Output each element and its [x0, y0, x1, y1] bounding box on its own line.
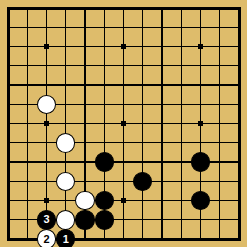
white-stone[interactable]	[56, 172, 75, 192]
intersection[interactable]	[75, 95, 94, 114]
intersection[interactable]	[133, 133, 152, 152]
intersection[interactable]	[152, 191, 171, 210]
intersection[interactable]	[0, 37, 18, 56]
intersection[interactable]	[114, 172, 133, 191]
intersection[interactable]	[0, 152, 18, 171]
intersection[interactable]	[37, 172, 56, 191]
move-number-label: 2	[43, 234, 49, 245]
intersection[interactable]	[95, 133, 114, 152]
intersection[interactable]	[191, 95, 210, 114]
intersection[interactable]	[95, 210, 114, 229]
intersection[interactable]	[114, 133, 133, 152]
intersection[interactable]	[75, 152, 94, 171]
intersection[interactable]	[229, 75, 247, 94]
intersection[interactable]	[56, 56, 75, 75]
intersection[interactable]	[133, 75, 152, 94]
intersection[interactable]	[229, 56, 247, 75]
move-number-label: 1	[63, 234, 69, 245]
intersection[interactable]	[191, 18, 210, 37]
intersection[interactable]	[18, 172, 37, 191]
white-stone-move-2[interactable]: 2	[37, 229, 56, 247]
intersection[interactable]	[95, 95, 114, 114]
intersection[interactable]	[95, 56, 114, 75]
intersection[interactable]	[0, 75, 18, 94]
intersection[interactable]	[0, 18, 18, 37]
intersection[interactable]	[75, 18, 94, 37]
intersection[interactable]	[56, 95, 75, 114]
intersection[interactable]	[0, 210, 18, 229]
intersection[interactable]	[191, 229, 210, 247]
intersection[interactable]	[229, 133, 247, 152]
intersection[interactable]	[0, 133, 18, 152]
intersection[interactable]	[0, 191, 18, 210]
intersection[interactable]	[18, 191, 37, 210]
intersection[interactable]	[229, 0, 247, 18]
intersection[interactable]	[172, 172, 191, 191]
intersection[interactable]	[75, 210, 94, 229]
intersection[interactable]	[56, 191, 75, 210]
intersection[interactable]	[133, 18, 152, 37]
intersection[interactable]	[152, 56, 171, 75]
intersection[interactable]	[210, 229, 229, 247]
black-stone-move-1[interactable]: 1	[56, 229, 75, 247]
intersection[interactable]	[0, 95, 18, 114]
intersection[interactable]	[75, 191, 94, 210]
intersection[interactable]	[133, 191, 152, 210]
intersection[interactable]	[152, 114, 171, 133]
intersection[interactable]	[56, 210, 75, 229]
intersection[interactable]	[172, 114, 191, 133]
intersection[interactable]	[37, 18, 56, 37]
intersection[interactable]	[0, 56, 18, 75]
intersection[interactable]	[191, 210, 210, 229]
intersection[interactable]	[229, 152, 247, 171]
intersection[interactable]	[75, 75, 94, 94]
intersection[interactable]	[191, 0, 210, 18]
intersection[interactable]: 2	[37, 229, 56, 247]
intersection[interactable]	[95, 229, 114, 247]
intersection[interactable]	[95, 191, 114, 210]
intersection[interactable]	[191, 172, 210, 191]
black-stone[interactable]	[75, 210, 94, 230]
intersection[interactable]	[56, 18, 75, 37]
intersection[interactable]	[18, 114, 37, 133]
intersection[interactable]	[210, 172, 229, 191]
intersection[interactable]	[75, 133, 94, 152]
intersection[interactable]	[95, 37, 114, 56]
intersection[interactable]	[114, 210, 133, 229]
white-stone[interactable]	[56, 210, 75, 230]
intersection[interactable]	[172, 18, 191, 37]
intersection[interactable]	[75, 114, 94, 133]
intersection[interactable]	[152, 18, 171, 37]
intersection[interactable]	[229, 191, 247, 210]
intersection[interactable]	[152, 172, 171, 191]
intersection[interactable]	[172, 75, 191, 94]
intersection[interactable]: 1	[56, 229, 75, 247]
intersection[interactable]	[114, 95, 133, 114]
go-board-diagram: 321	[0, 0, 247, 247]
intersection[interactable]	[152, 229, 171, 247]
intersection[interactable]	[56, 0, 75, 18]
black-stone[interactable]	[95, 191, 114, 211]
intersection[interactable]	[56, 152, 75, 171]
intersection[interactable]	[56, 37, 75, 56]
intersection[interactable]	[18, 37, 37, 56]
intersection[interactable]	[133, 210, 152, 229]
intersection[interactable]	[37, 75, 56, 94]
intersection[interactable]	[229, 18, 247, 37]
intersection[interactable]	[229, 229, 247, 247]
intersection[interactable]	[172, 56, 191, 75]
intersection[interactable]	[210, 133, 229, 152]
intersection[interactable]	[95, 152, 114, 171]
intersection[interactable]	[18, 210, 37, 229]
intersection[interactable]	[56, 114, 75, 133]
intersection[interactable]	[37, 133, 56, 152]
intersection[interactable]	[133, 37, 152, 56]
intersection[interactable]	[229, 210, 247, 229]
intersection[interactable]	[114, 37, 133, 56]
intersection[interactable]	[18, 95, 37, 114]
intersection[interactable]	[191, 37, 210, 56]
intersection[interactable]	[133, 56, 152, 75]
intersection[interactable]	[95, 114, 114, 133]
move-number-label: 3	[43, 214, 49, 225]
intersection[interactable]	[18, 56, 37, 75]
intersection[interactable]	[133, 0, 152, 18]
intersection[interactable]	[18, 0, 37, 18]
intersection[interactable]	[37, 191, 56, 210]
intersection[interactable]: 3	[37, 210, 56, 229]
intersection[interactable]	[18, 152, 37, 171]
intersection[interactable]	[210, 37, 229, 56]
intersection[interactable]	[152, 95, 171, 114]
intersection[interactable]	[172, 229, 191, 247]
intersection[interactable]	[114, 75, 133, 94]
intersection[interactable]	[229, 172, 247, 191]
intersection[interactable]	[56, 75, 75, 94]
intersection[interactable]	[114, 56, 133, 75]
intersection[interactable]	[18, 75, 37, 94]
intersection[interactable]	[133, 114, 152, 133]
intersection[interactable]	[133, 229, 152, 247]
black-stone[interactable]	[95, 152, 114, 172]
intersection[interactable]	[152, 210, 171, 229]
black-stone[interactable]	[191, 191, 210, 211]
intersection[interactable]	[133, 172, 152, 191]
intersection[interactable]	[0, 229, 18, 247]
intersection[interactable]	[18, 18, 37, 37]
intersection[interactable]	[210, 152, 229, 171]
black-stone[interactable]	[95, 210, 114, 230]
intersection[interactable]	[37, 95, 56, 114]
intersection[interactable]	[37, 56, 56, 75]
intersection[interactable]	[172, 0, 191, 18]
intersection[interactable]	[152, 0, 171, 18]
intersection[interactable]	[114, 18, 133, 37]
intersection[interactable]	[229, 37, 247, 56]
intersection[interactable]	[210, 114, 229, 133]
intersection[interactable]	[75, 37, 94, 56]
intersection[interactable]	[172, 95, 191, 114]
intersection[interactable]	[210, 75, 229, 94]
intersection[interactable]	[210, 210, 229, 229]
intersection[interactable]	[37, 0, 56, 18]
intersection[interactable]	[229, 114, 247, 133]
intersection[interactable]	[75, 172, 94, 191]
intersection[interactable]	[172, 191, 191, 210]
intersection[interactable]	[191, 133, 210, 152]
intersection[interactable]	[114, 191, 133, 210]
intersection[interactable]	[210, 18, 229, 37]
intersection[interactable]	[172, 210, 191, 229]
white-stone[interactable]	[75, 191, 94, 211]
intersection[interactable]	[75, 0, 94, 18]
intersection[interactable]	[152, 133, 171, 152]
intersection[interactable]	[172, 152, 191, 171]
intersection[interactable]	[210, 191, 229, 210]
intersection[interactable]	[191, 75, 210, 94]
intersection[interactable]	[95, 18, 114, 37]
intersection[interactable]	[75, 56, 94, 75]
intersection[interactable]	[133, 95, 152, 114]
black-stone[interactable]	[191, 152, 210, 172]
intersection[interactable]	[56, 133, 75, 152]
intersection[interactable]	[0, 0, 18, 18]
intersection[interactable]	[37, 114, 56, 133]
intersection[interactable]	[37, 152, 56, 171]
white-stone[interactable]	[37, 95, 56, 115]
intersection[interactable]	[133, 152, 152, 171]
intersection[interactable]	[114, 229, 133, 247]
intersection[interactable]	[56, 172, 75, 191]
stones-grid: 321	[0, 0, 247, 247]
intersection[interactable]	[114, 114, 133, 133]
intersection[interactable]	[191, 152, 210, 171]
intersection[interactable]	[210, 95, 229, 114]
intersection[interactable]	[152, 37, 171, 56]
intersection[interactable]	[0, 172, 18, 191]
intersection[interactable]	[172, 133, 191, 152]
intersection[interactable]	[152, 152, 171, 171]
black-stone-move-3[interactable]: 3	[37, 210, 56, 230]
intersection[interactable]	[210, 0, 229, 18]
intersection[interactable]	[95, 0, 114, 18]
white-stone[interactable]	[56, 133, 75, 153]
intersection[interactable]	[172, 37, 191, 56]
intersection[interactable]	[191, 114, 210, 133]
intersection[interactable]	[75, 229, 94, 247]
intersection[interactable]	[95, 75, 114, 94]
black-stone[interactable]	[133, 172, 152, 192]
intersection[interactable]	[18, 133, 37, 152]
intersection[interactable]	[191, 56, 210, 75]
intersection[interactable]	[37, 37, 56, 56]
intersection[interactable]	[191, 191, 210, 210]
intersection[interactable]	[114, 0, 133, 18]
intersection[interactable]	[114, 152, 133, 171]
intersection[interactable]	[152, 75, 171, 94]
intersection[interactable]	[0, 114, 18, 133]
intersection[interactable]	[18, 229, 37, 247]
intersection[interactable]	[229, 95, 247, 114]
intersection[interactable]	[210, 56, 229, 75]
intersection[interactable]	[95, 172, 114, 191]
